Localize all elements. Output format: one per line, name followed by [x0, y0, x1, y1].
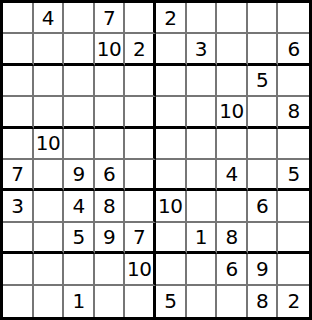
cell-r10c6[interactable]: 5: [156, 286, 187, 317]
cell-r3c10[interactable]: [278, 66, 309, 97]
cell-r5c4[interactable]: [95, 129, 126, 160]
cell-r5c5[interactable]: [125, 129, 156, 160]
cell-r6c2[interactable]: [34, 160, 65, 191]
cell-r9c9[interactable]: 9: [248, 254, 279, 285]
cell-r8c5[interactable]: 7: [125, 223, 156, 254]
cell-r4c1[interactable]: [3, 97, 34, 128]
cell-r5c2[interactable]: 10: [34, 129, 65, 160]
cell-r4c2[interactable]: [34, 97, 65, 128]
cell-r9c7[interactable]: [187, 254, 218, 285]
cell-r6c5[interactable]: [125, 160, 156, 191]
cell-r6c9[interactable]: [248, 160, 279, 191]
cell-r2c2[interactable]: [34, 34, 65, 65]
cell-r1c7[interactable]: [187, 3, 218, 34]
cell-r9c8[interactable]: 6: [217, 254, 248, 285]
cell-r4c7[interactable]: [187, 97, 218, 128]
cell-r7c4[interactable]: 8: [95, 191, 126, 222]
cell-r10c8[interactable]: [217, 286, 248, 317]
cell-r2c8[interactable]: [217, 34, 248, 65]
cell-r2c4[interactable]: 10: [95, 34, 126, 65]
sudoku-board: 47210236510810796453481065971810691582: [0, 0, 312, 320]
cell-r10c7[interactable]: [187, 286, 218, 317]
cell-r4c9[interactable]: [248, 97, 279, 128]
cell-r6c10[interactable]: 5: [278, 160, 309, 191]
cell-r3c7[interactable]: [187, 66, 218, 97]
cell-r8c8[interactable]: 8: [217, 223, 248, 254]
cell-r5c6[interactable]: [156, 129, 187, 160]
cell-r10c9[interactable]: 8: [248, 286, 279, 317]
cell-r7c1[interactable]: 3: [3, 191, 34, 222]
cell-r3c1[interactable]: [3, 66, 34, 97]
cell-r4c3[interactable]: [64, 97, 95, 128]
cell-r3c8[interactable]: [217, 66, 248, 97]
cell-r9c10[interactable]: [278, 254, 309, 285]
cell-r4c4[interactable]: [95, 97, 126, 128]
cell-r6c3[interactable]: 9: [64, 160, 95, 191]
cell-r4c10[interactable]: 8: [278, 97, 309, 128]
cell-r2c5[interactable]: 2: [125, 34, 156, 65]
cell-r7c2[interactable]: [34, 191, 65, 222]
cell-r2c9[interactable]: [248, 34, 279, 65]
cell-r9c1[interactable]: [3, 254, 34, 285]
cell-r8c1[interactable]: [3, 223, 34, 254]
cell-r1c5[interactable]: [125, 3, 156, 34]
cell-r9c4[interactable]: [95, 254, 126, 285]
cell-r3c2[interactable]: [34, 66, 65, 97]
cell-r5c7[interactable]: [187, 129, 218, 160]
cell-r1c4[interactable]: 7: [95, 3, 126, 34]
cell-r8c2[interactable]: [34, 223, 65, 254]
cell-r3c9[interactable]: 5: [248, 66, 279, 97]
cell-r5c1[interactable]: [3, 129, 34, 160]
cell-r5c8[interactable]: [217, 129, 248, 160]
cell-r10c10[interactable]: 2: [278, 286, 309, 317]
cell-r3c3[interactable]: [64, 66, 95, 97]
cell-r1c10[interactable]: [278, 3, 309, 34]
cell-r2c7[interactable]: 3: [187, 34, 218, 65]
cell-r6c7[interactable]: [187, 160, 218, 191]
cell-r2c10[interactable]: 6: [278, 34, 309, 65]
cell-r10c2[interactable]: [34, 286, 65, 317]
cell-r6c4[interactable]: 6: [95, 160, 126, 191]
cell-r4c8[interactable]: 10: [217, 97, 248, 128]
cell-r5c3[interactable]: [64, 129, 95, 160]
cell-r2c1[interactable]: [3, 34, 34, 65]
cell-r10c3[interactable]: 1: [64, 286, 95, 317]
cell-r3c5[interactable]: [125, 66, 156, 97]
cell-r8c7[interactable]: 1: [187, 223, 218, 254]
cell-r7c3[interactable]: 4: [64, 191, 95, 222]
cell-r5c9[interactable]: [248, 129, 279, 160]
cell-r1c2[interactable]: 4: [34, 3, 65, 34]
cell-r10c1[interactable]: [3, 286, 34, 317]
cell-r1c3[interactable]: [64, 3, 95, 34]
cell-r9c6[interactable]: [156, 254, 187, 285]
cell-r6c6[interactable]: [156, 160, 187, 191]
cell-r8c9[interactable]: [248, 223, 279, 254]
cell-r10c4[interactable]: [95, 286, 126, 317]
cell-r9c2[interactable]: [34, 254, 65, 285]
cell-r1c6[interactable]: 2: [156, 3, 187, 34]
cell-r9c3[interactable]: [64, 254, 95, 285]
cell-r4c5[interactable]: [125, 97, 156, 128]
cell-r4c6[interactable]: [156, 97, 187, 128]
cell-r7c9[interactable]: 6: [248, 191, 279, 222]
cell-r9c5[interactable]: 10: [125, 254, 156, 285]
cell-r1c8[interactable]: [217, 3, 248, 34]
cell-r5c10[interactable]: [278, 129, 309, 160]
cell-r8c10[interactable]: [278, 223, 309, 254]
cell-r8c3[interactable]: 5: [64, 223, 95, 254]
cell-r7c6[interactable]: 10: [156, 191, 187, 222]
cell-r3c4[interactable]: [95, 66, 126, 97]
cell-r3c6[interactable]: [156, 66, 187, 97]
cell-r6c8[interactable]: 4: [217, 160, 248, 191]
cell-r7c8[interactable]: [217, 191, 248, 222]
cell-r2c6[interactable]: [156, 34, 187, 65]
cell-r1c9[interactable]: [248, 3, 279, 34]
cell-r10c5[interactable]: [125, 286, 156, 317]
cell-r8c6[interactable]: [156, 223, 187, 254]
cell-r6c1[interactable]: 7: [3, 160, 34, 191]
cell-r8c4[interactable]: 9: [95, 223, 126, 254]
cell-r7c7[interactable]: [187, 191, 218, 222]
cell-r7c10[interactable]: [278, 191, 309, 222]
cell-r1c1[interactable]: [3, 3, 34, 34]
cell-r7c5[interactable]: [125, 191, 156, 222]
cell-r2c3[interactable]: [64, 34, 95, 65]
